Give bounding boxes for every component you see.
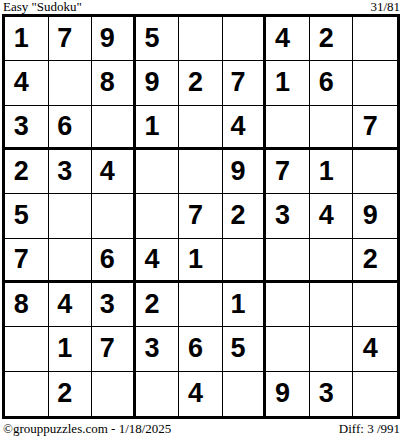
cell-r7c7-empty[interactable] [266,283,310,327]
cell-r3c8-empty[interactable] [310,106,354,150]
cell-r2c7-given[interactable]: 1 [266,61,310,105]
cell-r4c8-given[interactable]: 1 [310,150,354,194]
cell-r2c8-given[interactable]: 6 [310,61,354,105]
cell-r5c6-given[interactable]: 2 [223,194,267,238]
cell-r5c8-given[interactable]: 4 [310,194,354,238]
header: Easy "Sudoku" 31/81 [0,0,402,14]
cell-r7c4-given[interactable]: 2 [136,283,180,327]
cell-r3c4-given[interactable]: 1 [136,106,180,150]
cell-r7c6-given[interactable]: 1 [223,283,267,327]
cell-r8c4-given[interactable]: 3 [136,327,180,371]
cell-r4c7-given[interactable]: 7 [266,150,310,194]
sudoku-page: Easy "Sudoku" 31/81 17954248927163614723… [0,0,402,437]
cell-r1c5-empty[interactable] [179,17,223,61]
cell-r9c6-empty[interactable] [223,372,267,416]
cell-r9c4-empty[interactable] [136,372,180,416]
cell-r5c9-given[interactable]: 9 [353,194,397,238]
cell-r6c5-given[interactable]: 1 [179,239,223,283]
cell-r4c9-empty[interactable] [353,150,397,194]
cell-r3c6-given[interactable]: 4 [223,106,267,150]
cell-r1c4-given[interactable]: 5 [136,17,180,61]
cell-r1c1-given[interactable]: 1 [5,17,49,61]
footer: ©grouppuzzles.com - 1/18/2025 Diff: 3 /9… [0,419,402,435]
difficulty-text: Diff: 3 /991 [339,422,400,435]
cell-r2c9-empty[interactable] [353,61,397,105]
cell-r9c3-empty[interactable] [92,372,136,416]
cell-r5c1-given[interactable]: 5 [5,194,49,238]
cell-r7c8-empty[interactable] [310,283,354,327]
cell-r6c9-given[interactable]: 2 [353,239,397,283]
cell-r5c5-given[interactable]: 7 [179,194,223,238]
sudoku-board: 1795424892716361472349715723497641284321… [2,14,400,419]
cell-r9c5-given[interactable]: 4 [179,372,223,416]
cell-r3c9-given[interactable]: 7 [353,106,397,150]
cell-r9c9-empty[interactable] [353,372,397,416]
cell-r7c5-empty[interactable] [179,283,223,327]
cell-r6c8-empty[interactable] [310,239,354,283]
cell-r5c7-given[interactable]: 3 [266,194,310,238]
cell-r8c8-empty[interactable] [310,327,354,371]
cell-r7c9-empty[interactable] [353,283,397,327]
cell-r9c1-empty[interactable] [5,372,49,416]
cell-r2c1-given[interactable]: 4 [5,61,49,105]
cell-r8c5-given[interactable]: 6 [179,327,223,371]
cell-r5c4-empty[interactable] [136,194,180,238]
cell-r5c3-empty[interactable] [92,194,136,238]
cell-r4c4-empty[interactable] [136,150,180,194]
cell-r7c1-given[interactable]: 8 [5,283,49,327]
cell-r1c6-empty[interactable] [223,17,267,61]
cell-r6c3-given[interactable]: 6 [92,239,136,283]
cell-r6c4-given[interactable]: 4 [136,239,180,283]
cell-r8c3-given[interactable]: 7 [92,327,136,371]
cell-r8c1-empty[interactable] [5,327,49,371]
cell-r5c2-empty[interactable] [49,194,93,238]
cell-r3c5-empty[interactable] [179,106,223,150]
cell-r7c2-given[interactable]: 4 [49,283,93,327]
cell-r8c9-given[interactable]: 4 [353,327,397,371]
cell-r1c2-given[interactable]: 7 [49,17,93,61]
cell-r9c2-given[interactable]: 2 [49,372,93,416]
cell-r3c1-given[interactable]: 3 [5,106,49,150]
cell-counter: 31/81 [370,1,400,13]
cell-r3c2-given[interactable]: 6 [49,106,93,150]
cell-r3c3-empty[interactable] [92,106,136,150]
cell-r6c7-empty[interactable] [266,239,310,283]
cell-r4c6-given[interactable]: 9 [223,150,267,194]
cell-r9c7-given[interactable]: 9 [266,372,310,416]
cell-r8c2-given[interactable]: 1 [49,327,93,371]
cell-r3c7-empty[interactable] [266,106,310,150]
puzzle-title: Easy "Sudoku" [3,1,82,13]
cell-r8c6-given[interactable]: 5 [223,327,267,371]
cell-r8c7-empty[interactable] [266,327,310,371]
cell-r1c3-given[interactable]: 9 [92,17,136,61]
cell-r2c2-empty[interactable] [49,61,93,105]
cell-r1c9-empty[interactable] [353,17,397,61]
cell-r9c8-given[interactable]: 3 [310,372,354,416]
cell-r2c5-given[interactable]: 2 [179,61,223,105]
cell-r2c4-given[interactable]: 9 [136,61,180,105]
cell-r4c2-given[interactable]: 3 [49,150,93,194]
cell-r4c3-given[interactable]: 4 [92,150,136,194]
cell-r6c1-given[interactable]: 7 [5,239,49,283]
copyright-text: ©grouppuzzles.com - 1/18/2025 [3,422,171,435]
cell-r1c8-given[interactable]: 2 [310,17,354,61]
cell-r2c6-given[interactable]: 7 [223,61,267,105]
cell-r4c5-empty[interactable] [179,150,223,194]
cell-r4c1-given[interactable]: 2 [5,150,49,194]
cell-r2c3-given[interactable]: 8 [92,61,136,105]
cell-r1c7-given[interactable]: 4 [266,17,310,61]
cell-r6c2-empty[interactable] [49,239,93,283]
cell-r6c6-empty[interactable] [223,239,267,283]
cell-r7c3-given[interactable]: 3 [92,283,136,327]
